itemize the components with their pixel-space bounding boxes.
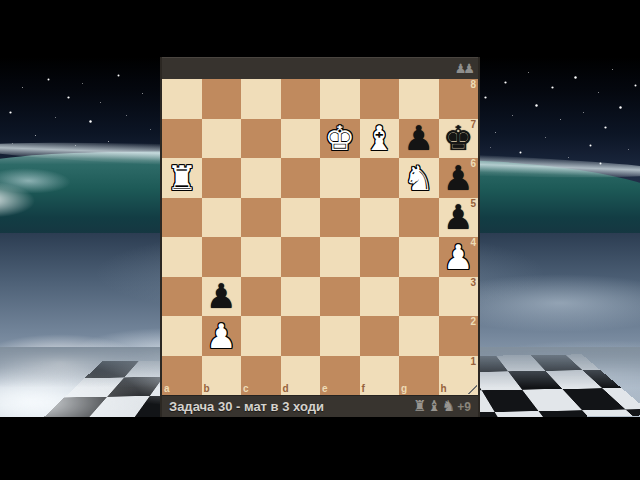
square-g4[interactable]: [399, 237, 439, 277]
square-f8[interactable]: [360, 79, 400, 119]
material-rook-icon: ♜: [413, 399, 426, 414]
square-h8[interactable]: 8: [439, 79, 479, 119]
square-d8[interactable]: [281, 79, 321, 119]
square-c1[interactable]: c: [241, 356, 281, 396]
square-b4[interactable]: [202, 237, 242, 277]
square-b8[interactable]: [202, 79, 242, 119]
piece-white-rook[interactable]: ♜: [167, 161, 197, 195]
rank-label-4: 4: [470, 238, 476, 248]
square-f4[interactable]: [360, 237, 400, 277]
square-c7[interactable]: [241, 119, 281, 159]
square-f3[interactable]: [360, 277, 400, 317]
square-h6[interactable]: 6♟: [439, 158, 479, 198]
black-material-advantage: ♟♟: [455, 62, 472, 75]
material-bishop-icon: ♝: [427, 399, 440, 414]
piece-black-pawn[interactable]: ♟: [443, 161, 473, 195]
square-c5[interactable]: [241, 198, 281, 238]
file-label-f: f: [362, 384, 365, 394]
piece-white-knight[interactable]: ♞: [404, 161, 434, 195]
square-a1[interactable]: a: [162, 356, 202, 396]
square-d1[interactable]: d: [281, 356, 321, 396]
square-e6[interactable]: [320, 158, 360, 198]
board-top-bar: ♟♟: [162, 57, 478, 79]
square-b5[interactable]: [202, 198, 242, 238]
piece-white-pawn[interactable]: ♟: [206, 319, 236, 353]
board-resize-handle-icon[interactable]: [466, 383, 477, 394]
square-h7[interactable]: 7♚: [439, 119, 479, 159]
stars: [0, 57, 1, 58]
square-e4[interactable]: [320, 237, 360, 277]
piece-black-pawn[interactable]: ♟: [206, 279, 236, 313]
material-pawn-icon: ♟: [463, 62, 472, 75]
square-b1[interactable]: b: [202, 356, 242, 396]
square-e3[interactable]: [320, 277, 360, 317]
square-f5[interactable]: [360, 198, 400, 238]
rank-label-6: 6: [470, 159, 476, 169]
square-a3[interactable]: [162, 277, 202, 317]
square-b7[interactable]: [202, 119, 242, 159]
white-material-advantage: ♜♝♞+9: [413, 399, 471, 414]
square-a6[interactable]: ♜: [162, 158, 202, 198]
file-label-c: c: [243, 384, 249, 394]
square-g6[interactable]: ♞: [399, 158, 439, 198]
square-f7[interactable]: ♝: [360, 119, 400, 159]
square-c2[interactable]: [241, 316, 281, 356]
square-g1[interactable]: g: [399, 356, 439, 396]
square-c6[interactable]: [241, 158, 281, 198]
screenshot-root: ♟♟ 8♚♝♟7♚♜♞6♟5♟4♟♟3♟2abcdefg1h Задача 30…: [0, 0, 640, 480]
caption-bar: Задача 30 - мат в 3 ходи ♜♝♞+9: [162, 395, 478, 417]
rank-label-8: 8: [470, 80, 476, 90]
square-d3[interactable]: [281, 277, 321, 317]
square-h1[interactable]: 1h: [439, 356, 479, 396]
square-c4[interactable]: [241, 237, 281, 277]
file-label-g: g: [401, 384, 407, 394]
file-label-e: e: [322, 384, 328, 394]
square-e5[interactable]: [320, 198, 360, 238]
square-d7[interactable]: [281, 119, 321, 159]
file-label-a: a: [164, 384, 170, 394]
square-b2[interactable]: ♟: [202, 316, 242, 356]
square-a2[interactable]: [162, 316, 202, 356]
square-b6[interactable]: [202, 158, 242, 198]
chess-board[interactable]: 8♚♝♟7♚♜♞6♟5♟4♟♟3♟2abcdefg1h: [162, 79, 478, 395]
piece-black-pawn[interactable]: ♟: [404, 121, 434, 155]
square-g7[interactable]: ♟: [399, 119, 439, 159]
square-a7[interactable]: [162, 119, 202, 159]
rank-label-7: 7: [470, 120, 476, 130]
piece-black-king[interactable]: ♚: [443, 121, 473, 155]
rank-label-2: 2: [470, 317, 476, 327]
square-g8[interactable]: [399, 79, 439, 119]
square-a4[interactable]: [162, 237, 202, 277]
square-d5[interactable]: [281, 198, 321, 238]
square-d4[interactable]: [281, 237, 321, 277]
square-e8[interactable]: [320, 79, 360, 119]
square-g3[interactable]: [399, 277, 439, 317]
material-score: +9: [457, 400, 471, 414]
puzzle-caption: Задача 30 - мат в 3 ходи: [169, 399, 324, 414]
square-c3[interactable]: [241, 277, 281, 317]
square-d6[interactable]: [281, 158, 321, 198]
chess-widget: ♟♟ 8♚♝♟7♚♜♞6♟5♟4♟♟3♟2abcdefg1h Задача 30…: [160, 57, 480, 417]
square-d2[interactable]: [281, 316, 321, 356]
square-e7[interactable]: ♚: [320, 119, 360, 159]
square-f1[interactable]: f: [360, 356, 400, 396]
square-e2[interactable]: [320, 316, 360, 356]
rank-label-5: 5: [470, 199, 476, 209]
file-label-h: h: [441, 384, 447, 394]
square-b3[interactable]: ♟: [202, 277, 242, 317]
square-g2[interactable]: [399, 316, 439, 356]
file-label-b: b: [204, 384, 210, 394]
square-h5[interactable]: 5♟: [439, 198, 479, 238]
square-e1[interactable]: e: [320, 356, 360, 396]
square-h2[interactable]: 2: [439, 316, 479, 356]
rank-label-1: 1: [470, 357, 476, 367]
piece-white-bishop[interactable]: ♝: [364, 121, 394, 155]
file-label-d: d: [283, 384, 289, 394]
piece-white-pawn[interactable]: ♟: [443, 240, 473, 274]
square-f6[interactable]: [360, 158, 400, 198]
material-knight-icon: ♞: [442, 399, 455, 414]
piece-white-king[interactable]: ♚: [325, 121, 355, 155]
piece-black-pawn[interactable]: ♟: [443, 200, 473, 234]
material-pawn-icon: ♟: [455, 62, 464, 75]
square-c8[interactable]: [241, 79, 281, 119]
square-h4[interactable]: 4♟: [439, 237, 479, 277]
square-a8[interactable]: [162, 79, 202, 119]
square-g5[interactable]: [399, 198, 439, 238]
square-f2[interactable]: [360, 316, 400, 356]
square-a5[interactable]: [162, 198, 202, 238]
square-h3[interactable]: 3: [439, 277, 479, 317]
rank-label-3: 3: [470, 278, 476, 288]
